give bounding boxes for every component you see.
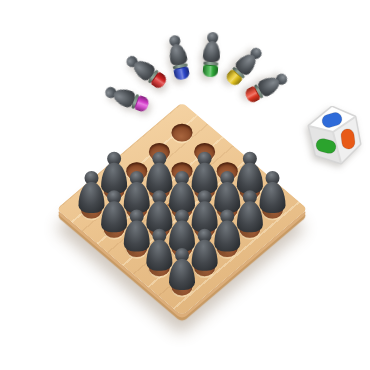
pin-cap-shade: [173, 67, 190, 81]
product-photo-stage: REDKA: [0, 0, 370, 370]
peg-body: [192, 240, 218, 271]
peg[interactable]: [260, 171, 286, 213]
peg[interactable]: [192, 229, 218, 271]
peg[interactable]: [237, 190, 263, 232]
peg[interactable]: [214, 209, 240, 251]
peg-body: [169, 259, 195, 290]
peg-body: [214, 220, 240, 251]
peg[interactable]: [169, 248, 195, 290]
peg-body: [260, 182, 286, 213]
peg-body: [237, 201, 263, 232]
blue-pin[interactable]: [164, 34, 191, 83]
green-cap: [202, 64, 218, 78]
pin-body: [202, 40, 220, 62]
game-board: REDKA: [56, 102, 308, 316]
pin-cap-shade: [202, 65, 218, 78]
red-pin[interactable]: [122, 51, 170, 92]
board-grid: [69, 113, 295, 305]
pin-cap-shade: [134, 96, 150, 114]
green-pin[interactable]: [200, 31, 221, 78]
blue-cap: [173, 66, 190, 81]
color-die[interactable]: [305, 106, 367, 166]
magenta-pin[interactable]: [102, 83, 151, 116]
